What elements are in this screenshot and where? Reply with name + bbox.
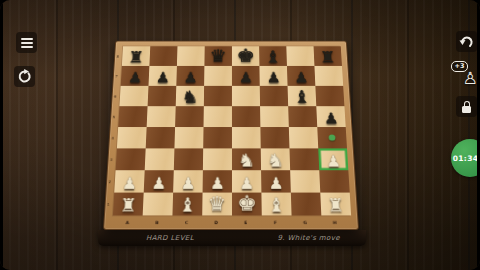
undo-button[interactable] xyxy=(456,31,477,52)
hint-piece-icon: ♙ xyxy=(463,70,478,87)
move-hint-dot[interactable] xyxy=(329,135,336,141)
board-square-e4[interactable] xyxy=(232,127,261,148)
board-square-b5[interactable] xyxy=(147,106,176,127)
board-square-f7[interactable]: ♟ xyxy=(259,66,287,86)
board-frame: 87654321 ♜♛♚♝♜♟♟♟♟♟♟♞♝♟♞♞♟♟♟♟♟♟♟♜♝♛♚♝♜ A… xyxy=(103,41,359,230)
file-label-b: B xyxy=(142,220,172,225)
rank-label-4: 4 xyxy=(111,127,115,148)
board-square-d1[interactable]: ♛ xyxy=(202,193,232,216)
rank-label-1: 1 xyxy=(106,193,110,216)
board-square-g7[interactable]: ♟ xyxy=(287,66,315,86)
black-pawn[interactable]: ♟ xyxy=(121,71,149,85)
board-square-b6[interactable] xyxy=(148,86,177,106)
black-bishop[interactable]: ♝ xyxy=(259,49,287,65)
file-labels: ABCDEFGH xyxy=(112,220,349,225)
white-pawn[interactable]: ♟ xyxy=(318,154,348,169)
lock-button[interactable] xyxy=(456,96,477,117)
board-square-b7[interactable]: ♟ xyxy=(148,66,176,86)
board-square-a8[interactable]: ♜ xyxy=(122,46,150,66)
hamburger-icon xyxy=(21,38,33,48)
board-square-f2[interactable]: ♟ xyxy=(261,170,291,192)
black-knight[interactable]: ♞ xyxy=(176,88,204,105)
board-square-h3[interactable]: ♟ xyxy=(318,148,348,170)
board-square-d8[interactable]: ♛ xyxy=(204,46,232,66)
board-square-f3[interactable]: ♞ xyxy=(261,148,290,170)
black-rook[interactable]: ♜ xyxy=(122,50,150,65)
file-label-d: D xyxy=(201,220,231,225)
white-pawn[interactable]: ♟ xyxy=(261,176,291,192)
board-square-d4[interactable] xyxy=(203,127,232,148)
board-square-e7[interactable]: ♟ xyxy=(232,66,260,86)
board-square-e2[interactable]: ♟ xyxy=(232,170,261,192)
rank-label-5: 5 xyxy=(112,106,116,127)
board-square-d2[interactable]: ♟ xyxy=(203,170,232,192)
hint-count-badge: +3 xyxy=(451,61,468,72)
black-pawn[interactable]: ♟ xyxy=(232,71,260,85)
board-square-f6[interactable] xyxy=(260,86,288,106)
white-pawn[interactable]: ♟ xyxy=(203,176,232,192)
white-bishop[interactable]: ♝ xyxy=(261,195,291,214)
file-label-a: A xyxy=(112,220,142,225)
board-square-a7[interactable]: ♟ xyxy=(121,66,150,86)
rank-label-2: 2 xyxy=(108,170,112,192)
black-bishop[interactable]: ♝ xyxy=(288,88,317,105)
move-indicator: 9. White's move xyxy=(277,234,340,242)
rank-label-6: 6 xyxy=(113,86,117,106)
board-square-e3[interactable]: ♞ xyxy=(232,148,261,170)
timer-value: 01:34 xyxy=(453,154,480,163)
board-square-h2[interactable] xyxy=(319,170,349,192)
board-square-a3[interactable] xyxy=(116,148,146,170)
restart-button[interactable] xyxy=(14,66,35,87)
board-square-h7[interactable] xyxy=(314,66,343,86)
board-square-g5[interactable] xyxy=(288,106,317,127)
board-square-d3[interactable] xyxy=(203,148,232,170)
board-grid: ♜♛♚♝♜♟♟♟♟♟♟♞♝♟♞♞♟♟♟♟♟♟♟♜♝♛♚♝♜ xyxy=(113,46,349,215)
board-square-c5[interactable] xyxy=(175,106,204,127)
board-square-c2[interactable]: ♟ xyxy=(173,170,203,192)
board-square-a6[interactable] xyxy=(119,86,148,106)
board-square-c8[interactable] xyxy=(177,46,205,66)
board-square-a4[interactable] xyxy=(117,127,147,148)
chess-board: 87654321 ♜♛♚♝♜♟♟♟♟♟♟♞♝♟♞♞♟♟♟♟♟♟♟♜♝♛♚♝♜ A… xyxy=(103,41,359,230)
screen-left-bezel xyxy=(0,0,3,270)
board-square-d6[interactable] xyxy=(204,86,232,106)
board-square-c4[interactable] xyxy=(174,127,203,148)
black-king[interactable]: ♚ xyxy=(232,47,260,65)
board-square-f8[interactable]: ♝ xyxy=(259,46,287,66)
white-king[interactable]: ♚ xyxy=(232,194,262,215)
white-knight[interactable]: ♞ xyxy=(261,151,290,169)
black-rook[interactable]: ♜ xyxy=(314,50,342,65)
difficulty-label: HARD LEVEL xyxy=(146,234,194,242)
file-label-g: G xyxy=(290,220,320,225)
board-square-e8[interactable]: ♚ xyxy=(232,46,260,66)
board-square-f4[interactable] xyxy=(260,127,289,148)
black-pawn[interactable]: ♟ xyxy=(149,71,177,85)
file-label-f: F xyxy=(261,220,291,225)
board-square-h6[interactable] xyxy=(315,86,344,106)
file-label-c: C xyxy=(172,220,202,225)
board-square-c6[interactable]: ♞ xyxy=(176,86,204,106)
white-queen[interactable]: ♛ xyxy=(202,194,232,214)
board-square-h4[interactable] xyxy=(317,127,347,148)
rank-label-7: 7 xyxy=(115,66,119,86)
padlock-icon xyxy=(462,106,471,113)
black-pawn[interactable]: ♟ xyxy=(287,71,315,85)
board-square-h1[interactable]: ♜ xyxy=(320,193,351,216)
board-square-b4[interactable] xyxy=(146,127,175,148)
black-pawn[interactable]: ♟ xyxy=(176,71,204,85)
hint-button[interactable]: ♙ +3 xyxy=(451,60,479,87)
board-square-f5[interactable] xyxy=(260,106,289,127)
file-label-e: E xyxy=(231,220,261,225)
menu-button[interactable] xyxy=(16,32,37,53)
white-pawn[interactable]: ♟ xyxy=(173,176,203,192)
board-square-b1[interactable] xyxy=(143,193,173,216)
black-queen[interactable]: ♛ xyxy=(204,48,231,65)
board-square-e6[interactable] xyxy=(232,86,260,106)
board-square-g1[interactable] xyxy=(291,193,321,216)
board-square-b2[interactable]: ♟ xyxy=(144,170,174,192)
white-pawn[interactable]: ♟ xyxy=(114,176,144,192)
undo-arrow-icon xyxy=(459,34,474,49)
board-square-a1[interactable]: ♜ xyxy=(113,193,144,216)
rank-label-3: 3 xyxy=(109,148,113,170)
file-label-h: H xyxy=(320,220,350,225)
board-square-d7[interactable] xyxy=(204,66,232,86)
white-pawn[interactable]: ♟ xyxy=(144,176,174,192)
status-bar: HARD LEVEL 9. White's move xyxy=(98,230,366,246)
black-pawn[interactable]: ♟ xyxy=(317,111,346,126)
board-square-g3[interactable] xyxy=(289,148,319,170)
board-square-b8[interactable] xyxy=(149,46,177,66)
app-screen: ♙ +3 01:34 87654321 ♜♛♚♝♜♟♟♟♟♟♟♞♝♟♞♞♟♟♟♟… xyxy=(0,0,480,270)
board-square-c7[interactable]: ♟ xyxy=(176,66,204,86)
board-square-g8[interactable] xyxy=(286,46,314,66)
white-knight[interactable]: ♞ xyxy=(232,151,261,169)
board-square-c1[interactable]: ♝ xyxy=(172,193,202,216)
board-square-a2[interactable]: ♟ xyxy=(114,170,144,192)
white-rook[interactable]: ♜ xyxy=(320,196,351,214)
board-square-e5[interactable] xyxy=(232,106,260,127)
rank-label-8: 8 xyxy=(116,46,120,66)
board-square-g2[interactable] xyxy=(290,170,320,192)
restart-icon xyxy=(17,69,32,84)
white-rook[interactable]: ♜ xyxy=(113,196,144,214)
board-square-b3[interactable] xyxy=(145,148,175,170)
white-pawn[interactable]: ♟ xyxy=(232,176,261,192)
board-square-h8[interactable]: ♜ xyxy=(314,46,342,66)
game-timer: 01:34 xyxy=(451,139,480,177)
board-square-g6[interactable]: ♝ xyxy=(288,86,317,106)
white-bishop[interactable]: ♝ xyxy=(172,195,202,214)
board-square-d5[interactable] xyxy=(204,106,232,127)
black-pawn[interactable]: ♟ xyxy=(260,71,288,85)
board-square-c3[interactable] xyxy=(174,148,203,170)
board-square-e1[interactable]: ♚ xyxy=(232,193,262,216)
board-square-h5[interactable]: ♟ xyxy=(316,106,345,127)
board-square-f1[interactable]: ♝ xyxy=(261,193,291,216)
board-square-g4[interactable] xyxy=(289,127,318,148)
board-square-a5[interactable] xyxy=(118,106,147,127)
